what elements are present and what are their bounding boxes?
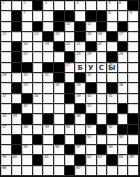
cell-r4c6[interactable]: 20	[65, 42, 76, 52]
cell-r3c1[interactable]	[12, 32, 23, 42]
cell-r8c4[interactable]	[43, 83, 54, 93]
cell-r6c10[interactable]: 28Ы	[107, 63, 118, 73]
cell-r14c3[interactable]	[33, 145, 44, 155]
cell-r15c5[interactable]	[54, 155, 65, 165]
cell-r10c12[interactable]	[128, 104, 139, 114]
cell-r7c6[interactable]	[65, 73, 76, 83]
cell-r12c0[interactable]: 47	[1, 125, 12, 135]
cell-r9c5[interactable]	[54, 94, 65, 104]
clue-number: 66	[2, 166, 6, 170]
crossword-grid: 1234567891011121314151617181920212223242…	[0, 0, 140, 177]
cell-r7c1[interactable]	[12, 73, 23, 83]
cell-r1c11[interactable]	[118, 11, 129, 21]
cell-r16c11[interactable]	[118, 166, 129, 176]
clue-number: 5	[108, 1, 110, 5]
cell-r9c3[interactable]: 38	[33, 94, 44, 104]
cell-r9c10[interactable]: 41	[107, 94, 118, 104]
black-cell	[33, 135, 44, 145]
cell-r13c8[interactable]: 53	[86, 135, 97, 145]
clue-number: 61	[44, 155, 48, 159]
cell-r12c5[interactable]	[54, 125, 65, 135]
cell-r16c10[interactable]	[107, 166, 118, 176]
cell-r6c7[interactable]: Б	[75, 63, 86, 73]
clue-number: 15	[87, 32, 91, 36]
black-cell	[65, 114, 76, 124]
cell-r6c9[interactable]: С	[97, 63, 108, 73]
black-cell	[65, 166, 76, 176]
cell-r11c3[interactable]	[33, 114, 44, 124]
cell-r16c8[interactable]	[86, 166, 97, 176]
clue-number: 44	[2, 114, 6, 118]
cell-r10c8[interactable]: 43	[86, 104, 97, 114]
cell-r1c10[interactable]: 8	[107, 11, 118, 21]
cell-r1c12[interactable]: 9	[128, 11, 139, 21]
black-cell	[65, 83, 76, 93]
clue-number: 58	[108, 145, 112, 149]
cell-r14c10[interactable]: 58	[107, 145, 118, 155]
clue-number: 65	[129, 155, 133, 159]
cell-r15c1[interactable]: 60	[12, 155, 23, 165]
clue-number: 12	[2, 32, 6, 36]
clue-number: 10	[66, 22, 70, 26]
clue-number: 51	[87, 125, 91, 129]
cell-r12c4[interactable]: 49	[43, 125, 54, 135]
cell-r14c5[interactable]: 56	[54, 145, 65, 155]
black-cell	[97, 11, 108, 21]
cell-r6c3[interactable]	[33, 63, 44, 73]
cell-r11c11[interactable]	[118, 114, 129, 124]
clue-number: 31	[44, 73, 48, 77]
black-cell	[54, 11, 65, 21]
clue-number: 53	[87, 135, 91, 139]
cell-r0c9[interactable]	[97, 1, 108, 11]
clue-number: 45	[13, 114, 17, 118]
cell-r15c12[interactable]: 65	[128, 155, 139, 165]
cell-r15c4[interactable]: 61	[43, 155, 54, 165]
black-cell	[12, 83, 23, 93]
cell-r7c3[interactable]	[33, 73, 44, 83]
cell-r16c7[interactable]: 67	[75, 166, 86, 176]
clue-number: 56	[55, 145, 59, 149]
black-cell	[65, 145, 76, 155]
cell-r16c9[interactable]	[97, 166, 108, 176]
cell-letter: Б	[75, 64, 85, 72]
cell-r2c2[interactable]	[22, 22, 33, 32]
clue-number: 62	[87, 155, 91, 159]
cell-r16c4[interactable]	[43, 166, 54, 176]
cell-r15c9[interactable]: 63	[97, 155, 108, 165]
cell-r13c0[interactable]	[1, 135, 12, 145]
cell-r9c0[interactable]: 37	[1, 94, 12, 104]
cell-r5c2[interactable]: 23	[22, 52, 33, 62]
cell-r3c12[interactable]	[128, 32, 139, 42]
clue-number: 21	[76, 42, 80, 46]
cell-r3c5[interactable]: 14	[54, 32, 65, 42]
clue-number: 23	[23, 52, 27, 56]
cell-r12c1[interactable]	[12, 125, 23, 135]
black-cell	[118, 104, 129, 114]
clue-number: 29	[2, 73, 6, 77]
cell-r8c5[interactable]: 34	[54, 83, 65, 93]
clue-number: 40	[87, 94, 91, 98]
cell-r15c8[interactable]: 62	[86, 155, 97, 165]
cell-r0c8[interactable]	[86, 1, 97, 11]
clue-number: 32	[87, 73, 91, 77]
clue-number: 57	[76, 145, 80, 149]
cell-r5c7[interactable]: 24	[75, 52, 86, 62]
cell-r7c8[interactable]: 32	[86, 73, 97, 83]
clue-number: 52	[108, 125, 112, 129]
black-cell	[128, 125, 139, 135]
cell-r12c3[interactable]	[33, 125, 44, 135]
black-cell	[107, 114, 118, 124]
black-cell	[107, 155, 118, 165]
cell-r1c2[interactable]: 7	[22, 11, 33, 21]
clue-number: 4	[76, 1, 78, 5]
black-cell	[86, 114, 97, 124]
cell-r12c6[interactable]: 50	[65, 125, 76, 135]
cell-r3c0[interactable]: 12	[1, 32, 12, 42]
cell-r16c0[interactable]: 66	[1, 166, 12, 176]
cell-r6c11[interactable]	[118, 63, 129, 73]
clue-number: 14	[55, 32, 59, 36]
cell-r13c12[interactable]	[128, 135, 139, 145]
cell-r0c0[interactable]: 1	[1, 1, 12, 11]
black-cell	[65, 94, 76, 104]
cell-letter: У	[86, 64, 96, 72]
black-cell	[54, 42, 65, 52]
cell-letter: С	[97, 64, 107, 72]
cell-r9c7[interactable]: 39	[75, 94, 86, 104]
clue-number: 37	[2, 94, 6, 98]
clue-number: 33	[23, 83, 27, 87]
cell-r13c4[interactable]	[43, 135, 54, 145]
black-cell	[33, 1, 44, 11]
cell-r0c5[interactable]	[54, 1, 65, 11]
clue-number: 54	[119, 135, 123, 139]
cell-r5c12[interactable]	[128, 52, 139, 62]
clue-number: 59	[2, 155, 6, 159]
black-cell	[12, 22, 23, 32]
cell-r0c6[interactable]	[65, 1, 76, 11]
cell-r9c11[interactable]	[118, 94, 129, 104]
cell-r12c7[interactable]	[75, 125, 86, 135]
cell-r13c11[interactable]: 54	[118, 135, 129, 145]
clue-number: 42	[23, 104, 27, 108]
clue-number: 22	[98, 42, 102, 46]
clue-number: 1	[2, 1, 4, 5]
cell-r9c9[interactable]	[97, 94, 108, 104]
cell-r5c4[interactable]	[43, 52, 54, 62]
cell-r15c2[interactable]	[22, 155, 33, 165]
cell-r12c2[interactable]: 48	[22, 125, 33, 135]
clue-number: 25	[87, 52, 91, 56]
black-cell	[22, 114, 33, 124]
clue-number: 64	[119, 155, 123, 159]
clue-number: 63	[98, 155, 102, 159]
cell-r1c4[interactable]	[43, 11, 54, 21]
clue-number: 34	[55, 83, 59, 87]
clue-number: 9	[129, 11, 131, 15]
black-cell	[12, 52, 23, 62]
cell-r11c1[interactable]: 45	[12, 114, 23, 124]
cell-r2c10[interactable]	[107, 22, 118, 32]
cell-r0c7[interactable]: 4	[75, 1, 86, 11]
cell-r6c12[interactable]	[128, 63, 139, 73]
cell-r16c12[interactable]	[128, 166, 139, 176]
cell-r4c3[interactable]	[33, 42, 44, 52]
clue-number: 6	[119, 1, 121, 5]
clue-number: 60	[13, 155, 17, 159]
cell-r14c7[interactable]: 57	[75, 145, 86, 155]
clue-number: 50	[66, 125, 70, 129]
black-cell	[107, 32, 118, 42]
cell-r8c12[interactable]	[128, 83, 139, 93]
cell-r4c12[interactable]	[128, 42, 139, 52]
cell-r5c8[interactable]: 25	[86, 52, 97, 62]
cell-r6c6[interactable]: 27	[65, 63, 76, 73]
clue-number: 48	[23, 125, 27, 129]
cell-r0c11[interactable]: 6	[118, 1, 129, 11]
cell-letter: Ы	[107, 64, 117, 72]
clue-number: 26	[119, 52, 123, 56]
cell-r13c6[interactable]	[65, 135, 76, 145]
cell-r5c9[interactable]	[97, 52, 108, 62]
cell-r9c4[interactable]	[43, 94, 54, 104]
cell-r7c4[interactable]: 31	[43, 73, 54, 83]
black-cell	[54, 63, 65, 73]
clue-number: 3	[44, 1, 46, 5]
cell-r7c0[interactable]: 29	[1, 73, 12, 83]
cell-r1c7[interactable]	[75, 11, 86, 21]
clue-number: 24	[76, 52, 80, 56]
clue-number: 20	[66, 42, 70, 46]
clue-number: 7	[23, 11, 25, 15]
cell-r1c3[interactable]	[33, 11, 44, 21]
clue-number: 18	[23, 42, 27, 46]
black-cell	[12, 63, 23, 73]
cell-r7c9[interactable]	[97, 73, 108, 83]
cell-r11c5[interactable]	[54, 114, 65, 124]
cell-r10c6[interactable]	[65, 104, 76, 114]
cell-r4c0[interactable]	[1, 42, 12, 52]
cell-r9c1[interactable]	[12, 94, 23, 104]
clue-number: 30	[23, 73, 27, 77]
cell-r13c9[interactable]	[97, 135, 108, 145]
black-cell	[33, 155, 44, 165]
clue-number: 55	[23, 145, 27, 149]
black-cell	[75, 22, 86, 32]
cell-r10c3[interactable]	[33, 104, 44, 114]
cell-r10c9[interactable]	[97, 104, 108, 114]
black-cell	[128, 114, 139, 124]
cell-r5c11[interactable]: 26	[118, 52, 129, 62]
cell-r11c0[interactable]: 44	[1, 114, 12, 124]
cell-r15c6[interactable]	[65, 155, 76, 165]
black-cell	[12, 135, 23, 145]
black-cell	[43, 114, 54, 124]
clue-number: 27	[66, 63, 70, 67]
clue-number: 67	[76, 166, 80, 170]
cell-r10c10[interactable]	[107, 104, 118, 114]
cell-r7c12[interactable]	[128, 73, 139, 83]
cell-r3c11[interactable]: 17	[118, 32, 129, 42]
cell-r2c6[interactable]: 10	[65, 22, 76, 32]
clue-number: 47	[2, 125, 6, 129]
cell-r4c4[interactable]: 19	[43, 42, 54, 52]
black-cell	[97, 125, 108, 135]
cell-r11c7[interactable]: 46	[75, 114, 86, 124]
cell-r5c5[interactable]	[54, 52, 65, 62]
black-cell	[12, 42, 23, 52]
cell-r7c10[interactable]	[107, 73, 118, 83]
clue-number: 49	[44, 125, 48, 129]
cell-r12c10[interactable]: 52	[107, 125, 118, 135]
black-cell	[12, 11, 23, 21]
clue-number: 43	[87, 104, 91, 108]
cell-r0c4[interactable]: 3	[43, 1, 54, 11]
clue-number: 2	[23, 1, 25, 5]
cell-r2c12[interactable]	[128, 22, 139, 32]
clue-number: 36	[119, 83, 123, 87]
cell-r3c3[interactable]: 13	[33, 32, 44, 42]
clue-number: 11	[87, 22, 91, 26]
cell-r9c12[interactable]	[128, 94, 139, 104]
cell-r2c4[interactable]	[43, 22, 54, 32]
cell-r16c5[interactable]	[54, 166, 65, 176]
clue-number: 39	[76, 94, 80, 98]
cell-r4c9[interactable]: 22	[97, 42, 108, 52]
cell-r15c11[interactable]: 64	[118, 155, 129, 165]
clue-number: 41	[108, 94, 112, 98]
cell-r10c2[interactable]: 42	[22, 104, 33, 114]
cell-r16c1[interactable]	[12, 166, 23, 176]
cell-r10c4[interactable]	[43, 104, 54, 114]
cell-r14c2[interactable]: 55	[22, 145, 33, 155]
cell-r5c0[interactable]	[1, 52, 12, 62]
cell-r8c11[interactable]: 36	[118, 83, 129, 93]
cell-r5c3[interactable]	[33, 52, 44, 62]
cell-r16c2[interactable]	[22, 166, 33, 176]
cell-r4c10[interactable]	[107, 42, 118, 52]
clue-number: 38	[34, 94, 38, 98]
clue-number: 13	[34, 32, 38, 36]
clue-number: 16	[98, 32, 102, 36]
cell-r11c9[interactable]	[97, 114, 108, 124]
clue-number: 46	[76, 114, 80, 118]
cell-r3c8[interactable]: 15	[86, 32, 97, 42]
cell-r8c9[interactable]	[97, 83, 108, 93]
cell-r10c5[interactable]	[54, 104, 65, 114]
clue-number: 19	[44, 42, 48, 46]
cell-r1c0[interactable]	[1, 11, 12, 21]
cell-r8c2[interactable]: 33	[22, 83, 33, 93]
cell-r16c3[interactable]	[33, 166, 44, 176]
clue-number: 35	[76, 83, 80, 87]
clue-number: 8	[108, 11, 110, 15]
cell-r0c1[interactable]	[12, 1, 23, 11]
clue-number: 17	[119, 32, 123, 36]
